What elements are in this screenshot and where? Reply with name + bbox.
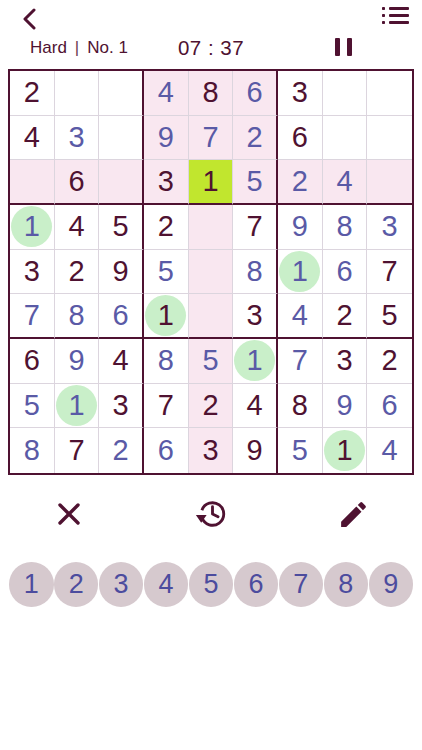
pencil-icon bbox=[337, 498, 370, 531]
entered-digit: 6 bbox=[382, 391, 398, 420]
cell-r9c2[interactable]: 7 bbox=[55, 428, 100, 473]
cell-r1c8[interactable] bbox=[323, 71, 368, 116]
cell-r8c8[interactable]: 9 bbox=[323, 384, 368, 429]
cell-r5c3[interactable]: 9 bbox=[99, 250, 144, 295]
cell-r3c2[interactable]: 6 bbox=[55, 160, 100, 205]
pencil-notes-button[interactable] bbox=[333, 494, 373, 534]
numpad-button-9[interactable]: 9 bbox=[369, 562, 414, 607]
entered-digit: 7 bbox=[202, 123, 218, 152]
cell-r2c6[interactable]: 2 bbox=[233, 116, 278, 161]
cell-r6c5[interactable] bbox=[189, 294, 234, 339]
given-digit: 8 bbox=[202, 78, 218, 107]
cell-r1c9[interactable] bbox=[367, 71, 412, 116]
given-digit: 2 bbox=[158, 212, 174, 241]
given-digit: 2 bbox=[382, 346, 398, 375]
cell-r2c8[interactable] bbox=[323, 116, 368, 161]
back-button[interactable] bbox=[20, 8, 44, 30]
entered-digit: 6 bbox=[336, 257, 352, 286]
given-digit: 4 bbox=[24, 123, 40, 152]
history-clock-icon bbox=[192, 496, 230, 532]
cell-r9c4[interactable]: 6 bbox=[144, 428, 189, 473]
sudoku-board: 2486343972663152414527983329581677861342… bbox=[8, 69, 414, 475]
cell-r5c9[interactable]: 7 bbox=[367, 250, 412, 295]
pause-button[interactable] bbox=[335, 38, 352, 56]
entered-digit: 6 bbox=[113, 301, 129, 330]
cell-r7c1[interactable]: 6 bbox=[10, 339, 55, 384]
cell-r7c8[interactable]: 3 bbox=[323, 339, 368, 384]
cell-r9c7[interactable]: 5 bbox=[278, 428, 323, 473]
entered-digit: 5 bbox=[24, 391, 40, 420]
given-digit: 2 bbox=[336, 301, 352, 330]
cell-r7c3[interactable]: 4 bbox=[99, 339, 144, 384]
given-digit: 2 bbox=[24, 78, 40, 107]
cell-r4c8[interactable]: 8 bbox=[323, 205, 368, 250]
given-digit: 8 bbox=[292, 391, 308, 420]
given-digit: 4 bbox=[113, 346, 129, 375]
cell-r1c7[interactable]: 3 bbox=[278, 71, 323, 116]
entered-digit: 5 bbox=[202, 346, 218, 375]
cell-r9c3[interactable]: 2 bbox=[99, 428, 144, 473]
cell-r9c5[interactable]: 3 bbox=[189, 428, 234, 473]
cell-r8c1[interactable]: 5 bbox=[10, 384, 55, 429]
timer: 07 : 37 bbox=[0, 36, 422, 60]
entered-digit: 8 bbox=[68, 301, 84, 330]
cell-r6c3[interactable]: 6 bbox=[99, 294, 144, 339]
cell-r3c1[interactable] bbox=[10, 160, 55, 205]
entered-digit: 9 bbox=[68, 346, 84, 375]
entered-digit: 8 bbox=[158, 346, 174, 375]
numpad-button-8[interactable]: 8 bbox=[324, 562, 369, 607]
puzzle-list-button[interactable] bbox=[382, 7, 410, 29]
cell-r5c1[interactable]: 3 bbox=[10, 250, 55, 295]
entered-digit: 2 bbox=[292, 167, 308, 196]
entered-digit: 9 bbox=[292, 212, 308, 241]
entered-digit: 3 bbox=[382, 212, 398, 241]
cell-r9c6[interactable]: 9 bbox=[233, 428, 278, 473]
given-digit: 3 bbox=[113, 391, 129, 420]
given-digit: 5 bbox=[113, 212, 129, 241]
cell-r4c1[interactable]: 1 bbox=[10, 205, 55, 250]
cell-r8c4[interactable]: 7 bbox=[144, 384, 189, 429]
cell-r4c3[interactable]: 5 bbox=[99, 205, 144, 250]
cell-r6c7[interactable]: 4 bbox=[278, 294, 323, 339]
cell-r6c2[interactable]: 8 bbox=[55, 294, 100, 339]
given-digit: 3 bbox=[292, 78, 308, 107]
given-digit: 2 bbox=[68, 257, 84, 286]
cell-r5c7[interactable]: 1 bbox=[278, 250, 323, 295]
cell-r2c1[interactable]: 4 bbox=[10, 116, 55, 161]
header-info: Hard | No. 1 07 : 37 bbox=[0, 36, 422, 62]
given-digit: 7 bbox=[158, 391, 174, 420]
chevron-left-icon bbox=[20, 8, 44, 30]
header-top bbox=[0, 0, 422, 34]
cell-r7c7[interactable]: 7 bbox=[278, 339, 323, 384]
cell-r2c2[interactable]: 3 bbox=[55, 116, 100, 161]
entered-digit: 8 bbox=[24, 436, 40, 465]
entered-digit: 2 bbox=[247, 123, 263, 152]
entered-digit: 4 bbox=[158, 78, 174, 107]
cell-r8c6[interactable]: 4 bbox=[233, 384, 278, 429]
entered-digit: 5 bbox=[247, 167, 263, 196]
given-digit: 3 bbox=[24, 257, 40, 286]
cell-r6c8[interactable]: 2 bbox=[323, 294, 368, 339]
cell-r5c2[interactable]: 2 bbox=[55, 250, 100, 295]
cell-r4c9[interactable]: 3 bbox=[367, 205, 412, 250]
given-digit: 1 bbox=[202, 167, 218, 196]
entered-digit: 5 bbox=[292, 436, 308, 465]
cell-r7c4[interactable]: 8 bbox=[144, 339, 189, 384]
numpad-button-7[interactable]: 7 bbox=[279, 562, 324, 607]
numpad-button-6[interactable]: 6 bbox=[234, 562, 279, 607]
entered-digit: 7 bbox=[24, 301, 40, 330]
cell-r3c8[interactable]: 4 bbox=[323, 160, 368, 205]
toolbar bbox=[0, 494, 422, 534]
given-digit: 2 bbox=[202, 391, 218, 420]
cell-r4c2[interactable]: 4 bbox=[55, 205, 100, 250]
cell-r3c6[interactable]: 5 bbox=[233, 160, 278, 205]
cell-r8c3[interactable]: 3 bbox=[99, 384, 144, 429]
cell-r4c6[interactable]: 7 bbox=[233, 205, 278, 250]
cell-r4c4[interactable]: 2 bbox=[144, 205, 189, 250]
cell-r1c6[interactable]: 6 bbox=[233, 71, 278, 116]
given-digit: 4 bbox=[247, 391, 263, 420]
cell-r8c9[interactable]: 6 bbox=[367, 384, 412, 429]
given-digit: 7 bbox=[382, 257, 398, 286]
cell-r3c9[interactable] bbox=[367, 160, 412, 205]
entered-digit: 1 bbox=[247, 346, 263, 375]
cell-r9c9[interactable]: 4 bbox=[367, 428, 412, 473]
cell-r6c1[interactable]: 7 bbox=[10, 294, 55, 339]
pause-icon bbox=[335, 38, 340, 56]
entered-digit: 8 bbox=[247, 257, 263, 286]
cell-r1c5[interactable]: 8 bbox=[189, 71, 234, 116]
cell-r2c9[interactable] bbox=[367, 116, 412, 161]
cell-r5c5[interactable] bbox=[189, 250, 234, 295]
cell-r7c9[interactable]: 2 bbox=[367, 339, 412, 384]
numpad-button-3[interactable]: 3 bbox=[99, 562, 144, 607]
cell-r2c7[interactable]: 6 bbox=[278, 116, 323, 161]
entered-digit: 9 bbox=[336, 391, 352, 420]
cell-r6c4[interactable]: 1 bbox=[144, 294, 189, 339]
entered-digit: 4 bbox=[336, 167, 352, 196]
cell-r9c8[interactable]: 1 bbox=[323, 428, 368, 473]
cell-r1c1[interactable]: 2 bbox=[10, 71, 55, 116]
cell-r8c7[interactable]: 8 bbox=[278, 384, 323, 429]
cell-r1c4[interactable]: 4 bbox=[144, 71, 189, 116]
given-digit: 3 bbox=[158, 167, 174, 196]
given-digit: 7 bbox=[68, 436, 84, 465]
cell-r8c5[interactable]: 2 bbox=[189, 384, 234, 429]
given-digit: 6 bbox=[68, 167, 84, 196]
numpad-button-5[interactable]: 5 bbox=[189, 562, 234, 607]
given-digit: 3 bbox=[247, 301, 263, 330]
entered-digit: 9 bbox=[158, 123, 174, 152]
entered-digit: 4 bbox=[382, 436, 398, 465]
entered-digit: 3 bbox=[68, 123, 84, 152]
cell-r9c1[interactable]: 8 bbox=[10, 428, 55, 473]
given-digit: 1 bbox=[336, 436, 352, 465]
cell-r5c4[interactable]: 5 bbox=[144, 250, 189, 295]
cell-r3c5[interactable]: 1 bbox=[189, 160, 234, 205]
given-digit: 7 bbox=[247, 212, 263, 241]
cell-r5c8[interactable]: 6 bbox=[323, 250, 368, 295]
entered-digit: 8 bbox=[336, 212, 352, 241]
number-pad: 123456789 bbox=[9, 562, 413, 607]
cell-r2c3[interactable] bbox=[99, 116, 144, 161]
cell-r7c6[interactable]: 1 bbox=[233, 339, 278, 384]
given-digit: 1 bbox=[158, 301, 174, 330]
given-digit: 5 bbox=[382, 301, 398, 330]
cell-r2c4[interactable]: 9 bbox=[144, 116, 189, 161]
given-digit: 9 bbox=[113, 257, 129, 286]
given-digit: 6 bbox=[24, 346, 40, 375]
numpad-button-4[interactable]: 4 bbox=[144, 562, 189, 607]
given-digit: 3 bbox=[336, 346, 352, 375]
given-digit: 3 bbox=[202, 436, 218, 465]
entered-digit: 1 bbox=[292, 257, 308, 286]
cell-r2c5[interactable]: 7 bbox=[189, 116, 234, 161]
undo-history-button[interactable] bbox=[191, 494, 231, 534]
numpad-button-1[interactable]: 1 bbox=[9, 562, 54, 607]
entered-digit: 6 bbox=[247, 78, 263, 107]
x-icon bbox=[54, 499, 84, 529]
entered-digit: 6 bbox=[158, 436, 174, 465]
entered-digit: 2 bbox=[113, 436, 129, 465]
list-icon bbox=[382, 7, 410, 24]
entered-digit: 1 bbox=[24, 212, 40, 241]
erase-button[interactable] bbox=[49, 494, 89, 534]
cell-r4c7[interactable]: 9 bbox=[278, 205, 323, 250]
cell-r1c2[interactable] bbox=[55, 71, 100, 116]
cell-r5c6[interactable]: 8 bbox=[233, 250, 278, 295]
given-digit: 6 bbox=[292, 123, 308, 152]
given-digit: 9 bbox=[247, 436, 263, 465]
cell-r3c4[interactable]: 3 bbox=[144, 160, 189, 205]
cell-r3c3[interactable] bbox=[99, 160, 144, 205]
cell-r7c2[interactable]: 9 bbox=[55, 339, 100, 384]
given-digit: 4 bbox=[68, 212, 84, 241]
entered-digit: 1 bbox=[68, 391, 84, 420]
cell-r6c9[interactable]: 5 bbox=[367, 294, 412, 339]
cell-r6c6[interactable]: 3 bbox=[233, 294, 278, 339]
cell-r1c3[interactable] bbox=[99, 71, 144, 116]
cell-r3c7[interactable]: 2 bbox=[278, 160, 323, 205]
cell-r4c5[interactable] bbox=[189, 205, 234, 250]
entered-digit: 7 bbox=[292, 346, 308, 375]
cell-r8c2[interactable]: 1 bbox=[55, 384, 100, 429]
entered-digit: 5 bbox=[158, 257, 174, 286]
numpad-button-2[interactable]: 2 bbox=[54, 562, 99, 607]
cell-r7c5[interactable]: 5 bbox=[189, 339, 234, 384]
entered-digit: 4 bbox=[292, 301, 308, 330]
